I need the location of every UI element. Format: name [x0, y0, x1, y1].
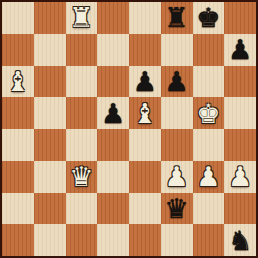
- square-f8[interactable]: ♜: [161, 2, 193, 34]
- square-b5[interactable]: [34, 97, 66, 129]
- square-c6[interactable]: [66, 66, 98, 98]
- square-h5[interactable]: [224, 97, 256, 129]
- square-a1[interactable]: [2, 224, 34, 256]
- square-h6[interactable]: [224, 66, 256, 98]
- square-d3[interactable]: [97, 161, 129, 193]
- square-g7[interactable]: [193, 34, 225, 66]
- square-e6[interactable]: ♟: [129, 66, 161, 98]
- square-f2[interactable]: ♛: [161, 193, 193, 225]
- square-f6[interactable]: ♟: [161, 66, 193, 98]
- piece-white-pawn[interactable]: ♟: [196, 161, 220, 192]
- square-c2[interactable]: [66, 193, 98, 225]
- square-f1[interactable]: [161, 224, 193, 256]
- square-g1[interactable]: [193, 224, 225, 256]
- square-h4[interactable]: [224, 129, 256, 161]
- square-d6[interactable]: [97, 66, 129, 98]
- square-a5[interactable]: [2, 97, 34, 129]
- square-h2[interactable]: [224, 193, 256, 225]
- square-a7[interactable]: [2, 34, 34, 66]
- piece-white-pawn[interactable]: ♟: [165, 161, 189, 192]
- square-b8[interactable]: [34, 2, 66, 34]
- square-f7[interactable]: [161, 34, 193, 66]
- square-b6[interactable]: [34, 66, 66, 98]
- piece-white-bishop[interactable]: ♝: [6, 66, 30, 97]
- piece-black-pawn[interactable]: ♟: [228, 34, 252, 65]
- square-e8[interactable]: [129, 2, 161, 34]
- chess-board: ♜♜♚♟♝♟♟♟♝♚♛♟♟♟♛♞: [2, 2, 256, 256]
- square-e2[interactable]: [129, 193, 161, 225]
- square-c4[interactable]: [66, 129, 98, 161]
- square-g2[interactable]: [193, 193, 225, 225]
- square-e7[interactable]: [129, 34, 161, 66]
- square-g4[interactable]: [193, 129, 225, 161]
- piece-black-king[interactable]: ♚: [196, 2, 220, 33]
- square-g3[interactable]: ♟: [193, 161, 225, 193]
- chess-board-frame: ♜♜♚♟♝♟♟♟♝♚♛♟♟♟♛♞: [0, 0, 258, 258]
- square-h8[interactable]: [224, 2, 256, 34]
- square-b2[interactable]: [34, 193, 66, 225]
- piece-white-queen[interactable]: ♛: [69, 161, 93, 192]
- square-a6[interactable]: ♝: [2, 66, 34, 98]
- piece-black-knight[interactable]: ♞: [228, 225, 252, 256]
- square-d4[interactable]: [97, 129, 129, 161]
- square-d8[interactable]: [97, 2, 129, 34]
- square-h7[interactable]: ♟: [224, 34, 256, 66]
- piece-black-pawn[interactable]: ♟: [133, 66, 157, 97]
- piece-black-pawn[interactable]: ♟: [165, 66, 189, 97]
- square-d2[interactable]: [97, 193, 129, 225]
- square-c3[interactable]: ♛: [66, 161, 98, 193]
- square-b4[interactable]: [34, 129, 66, 161]
- square-c7[interactable]: [66, 34, 98, 66]
- square-d5[interactable]: ♟: [97, 97, 129, 129]
- piece-white-king[interactable]: ♚: [196, 98, 220, 129]
- square-f3[interactable]: ♟: [161, 161, 193, 193]
- square-g8[interactable]: ♚: [193, 2, 225, 34]
- square-h3[interactable]: ♟: [224, 161, 256, 193]
- piece-black-queen[interactable]: ♛: [165, 193, 189, 224]
- piece-white-pawn[interactable]: ♟: [228, 161, 252, 192]
- piece-black-pawn[interactable]: ♟: [101, 98, 125, 129]
- square-b3[interactable]: [34, 161, 66, 193]
- square-a8[interactable]: [2, 2, 34, 34]
- square-d1[interactable]: [97, 224, 129, 256]
- square-c1[interactable]: [66, 224, 98, 256]
- square-a4[interactable]: [2, 129, 34, 161]
- square-g5[interactable]: ♚: [193, 97, 225, 129]
- square-g6[interactable]: [193, 66, 225, 98]
- square-c8[interactable]: ♜: [66, 2, 98, 34]
- square-e5[interactable]: ♝: [129, 97, 161, 129]
- square-c5[interactable]: [66, 97, 98, 129]
- square-f4[interactable]: [161, 129, 193, 161]
- square-a2[interactable]: [2, 193, 34, 225]
- piece-white-rook[interactable]: ♜: [69, 2, 93, 33]
- square-h1[interactable]: ♞: [224, 224, 256, 256]
- square-b7[interactable]: [34, 34, 66, 66]
- piece-white-bishop[interactable]: ♝: [133, 98, 157, 129]
- square-f5[interactable]: [161, 97, 193, 129]
- square-b1[interactable]: [34, 224, 66, 256]
- square-e3[interactable]: [129, 161, 161, 193]
- square-e4[interactable]: [129, 129, 161, 161]
- square-a3[interactable]: [2, 161, 34, 193]
- piece-black-rook[interactable]: ♜: [165, 2, 189, 33]
- square-d7[interactable]: [97, 34, 129, 66]
- square-e1[interactable]: [129, 224, 161, 256]
